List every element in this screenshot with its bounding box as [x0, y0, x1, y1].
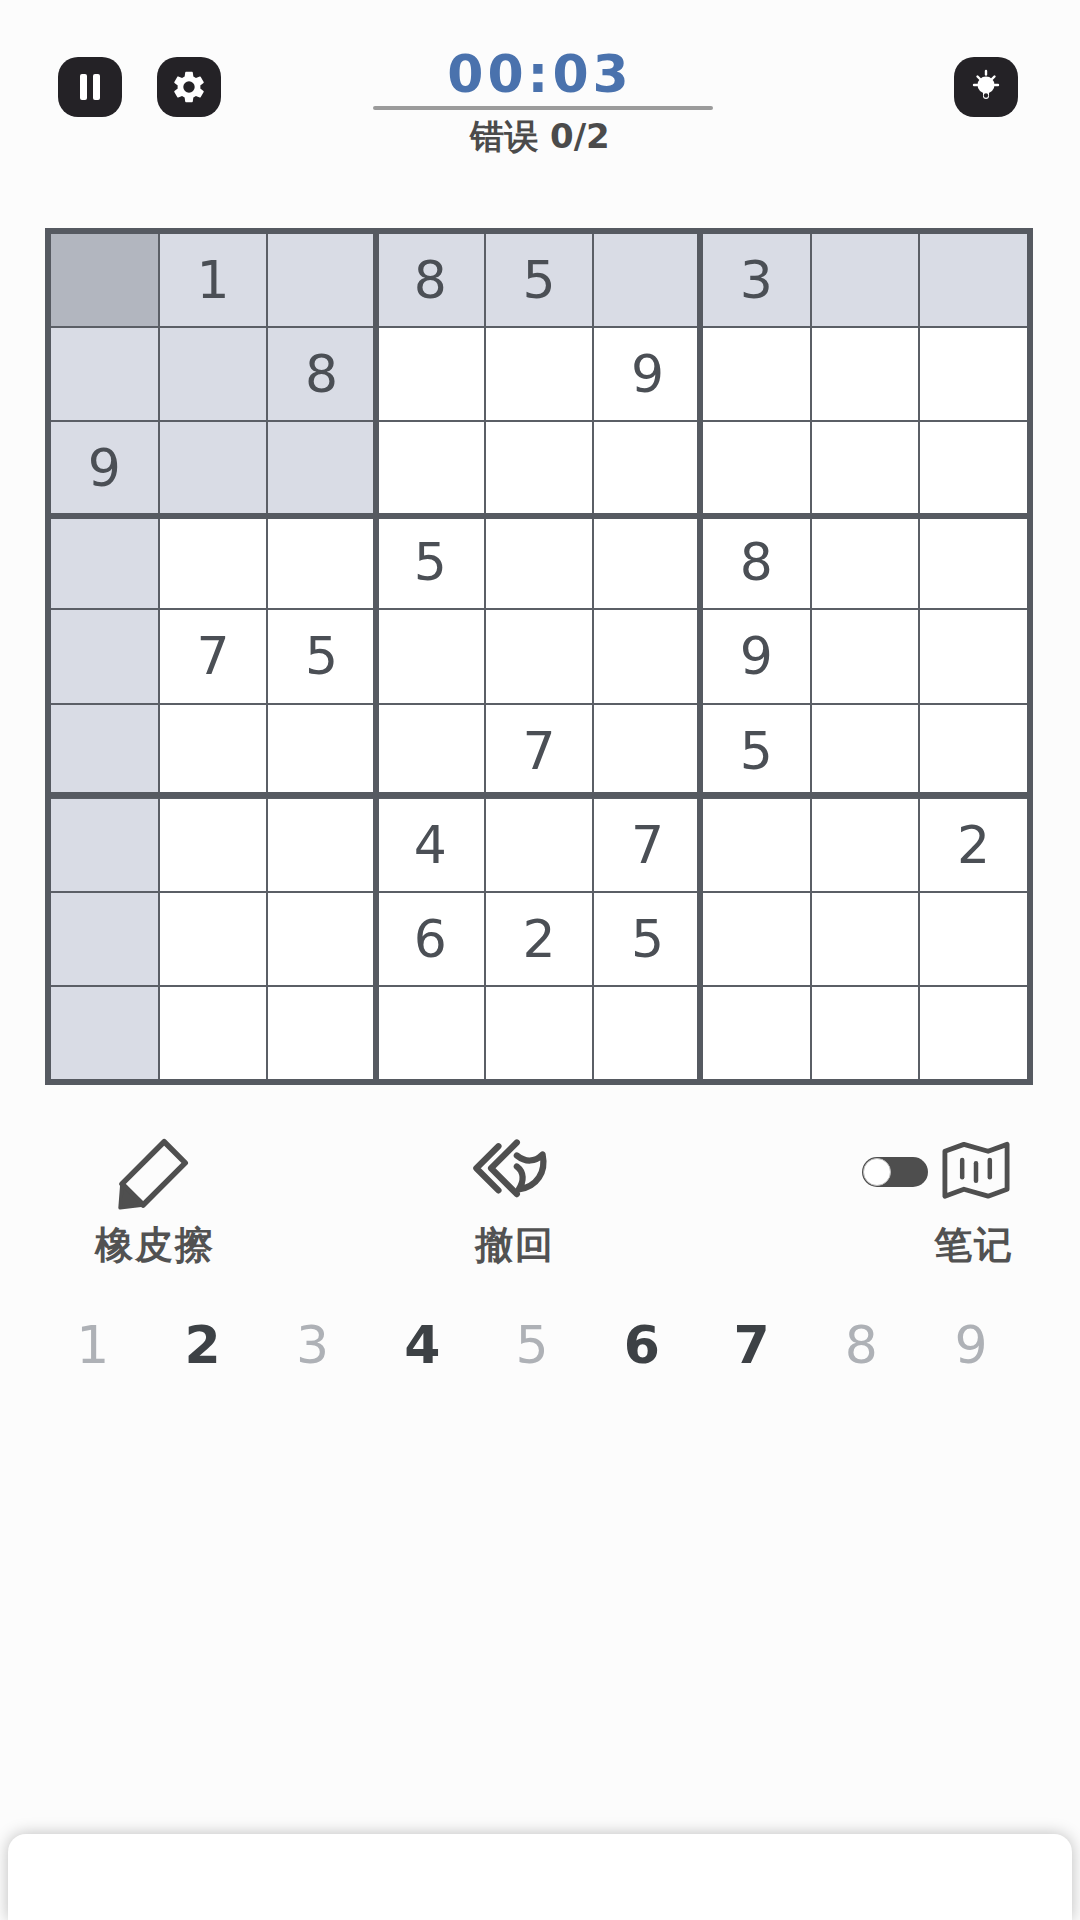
cell-r4c1[interactable] — [51, 516, 158, 608]
cell-r5c8[interactable] — [812, 610, 919, 702]
cell-r7c6[interactable]: 7 — [594, 799, 701, 891]
cell-r4c9[interactable] — [920, 516, 1027, 608]
cell-r9c4[interactable] — [377, 987, 484, 1079]
cell-r5c5[interactable] — [486, 610, 593, 702]
eraser-tool[interactable]: 橡皮擦 — [65, 1128, 245, 1271]
numpad-3[interactable]: 3 — [258, 1305, 368, 1385]
cell-r8c9[interactable] — [920, 893, 1027, 985]
cell-r5c6[interactable] — [594, 610, 701, 702]
cell-r2c9[interactable] — [920, 328, 1027, 420]
settings-button[interactable] — [157, 57, 221, 117]
cell-r2c4[interactable] — [377, 328, 484, 420]
hint-button[interactable] — [954, 57, 1018, 117]
numpad-6[interactable]: 6 — [587, 1305, 697, 1385]
cell-r7c2[interactable] — [160, 799, 267, 891]
cell-r2c2[interactable] — [160, 328, 267, 420]
pencil-eraser-icon — [111, 1128, 199, 1216]
cell-r2c5[interactable] — [486, 328, 593, 420]
notes-tool[interactable]: 笔记 — [848, 1128, 1028, 1271]
cell-r9c5[interactable] — [486, 987, 593, 1079]
bottom-sheet — [8, 1834, 1072, 1920]
cell-r3c4[interactable] — [377, 422, 484, 514]
cell-r9c6[interactable] — [594, 987, 701, 1079]
cell-r3c5[interactable] — [486, 422, 593, 514]
undo-arrow-icon — [469, 1130, 561, 1214]
cell-r3c6[interactable] — [594, 422, 701, 514]
timer: 00:03 — [290, 44, 790, 104]
cell-r7c8[interactable] — [812, 799, 919, 891]
box-divider-vertical-1 — [373, 228, 379, 1085]
numpad-7[interactable]: 7 — [697, 1305, 807, 1385]
cell-r1c7[interactable]: 3 — [703, 234, 810, 326]
cell-r1c6[interactable] — [594, 234, 701, 326]
lightbulb-icon — [966, 67, 1006, 107]
cell-r5c3[interactable]: 5 — [268, 610, 375, 702]
cell-r9c1[interactable] — [51, 987, 158, 1079]
cell-r9c2[interactable] — [160, 987, 267, 1079]
cell-r4c7[interactable]: 8 — [703, 516, 810, 608]
cell-r1c4[interactable]: 8 — [377, 234, 484, 326]
cell-r7c7[interactable] — [703, 799, 810, 891]
cell-r3c3[interactable] — [268, 422, 375, 514]
cell-r1c2[interactable]: 1 — [160, 234, 267, 326]
cell-r6c8[interactable] — [812, 705, 919, 797]
cell-r5c9[interactable] — [920, 610, 1027, 702]
box-divider-vertical-2 — [697, 228, 703, 1085]
cell-r9c9[interactable] — [920, 987, 1027, 1079]
numpad-8[interactable]: 8 — [806, 1305, 916, 1385]
cell-r6c9[interactable] — [920, 705, 1027, 797]
cell-r8c7[interactable] — [703, 893, 810, 985]
cell-r7c4[interactable]: 4 — [377, 799, 484, 891]
undo-label: 撤回 — [475, 1220, 555, 1271]
cell-r3c1[interactable]: 9 — [51, 422, 158, 514]
numpad-5[interactable]: 5 — [477, 1305, 587, 1385]
cell-r3c2[interactable] — [160, 422, 267, 514]
cell-r1c5[interactable]: 5 — [486, 234, 593, 326]
cell-r1c9[interactable] — [920, 234, 1027, 326]
undo-tool[interactable]: 撤回 — [425, 1128, 605, 1271]
cell-r4c2[interactable] — [160, 516, 267, 608]
notes-toggle-knob — [863, 1158, 891, 1186]
cell-r7c9[interactable]: 2 — [920, 799, 1027, 891]
cell-r1c3[interactable] — [268, 234, 375, 326]
cell-r5c2[interactable]: 7 — [160, 610, 267, 702]
gear-icon — [170, 68, 208, 106]
cell-r4c3[interactable] — [268, 516, 375, 608]
cell-r1c1[interactable] — [51, 234, 158, 326]
cell-r8c6[interactable]: 5 — [594, 893, 701, 985]
cell-r2c6[interactable]: 9 — [594, 328, 701, 420]
cell-r4c6[interactable] — [594, 516, 701, 608]
cell-r7c5[interactable] — [486, 799, 593, 891]
cell-r3c7[interactable] — [703, 422, 810, 514]
cell-r5c1[interactable] — [51, 610, 158, 702]
box-divider-horizontal-1 — [45, 513, 1033, 519]
cell-r4c8[interactable] — [812, 516, 919, 608]
cell-r7c1[interactable] — [51, 799, 158, 891]
numpad-4[interactable]: 4 — [367, 1305, 477, 1385]
cell-r4c4[interactable]: 5 — [377, 516, 484, 608]
numpad-2[interactable]: 2 — [148, 1305, 258, 1385]
cell-r3c8[interactable] — [812, 422, 919, 514]
pause-icon — [75, 72, 105, 102]
number-pad: 123456789 — [38, 1305, 1026, 1385]
cell-r2c3[interactable]: 8 — [268, 328, 375, 420]
mistakes-counter: 错误 0/2 — [290, 114, 790, 160]
box-divider-horizontal-2 — [45, 792, 1033, 798]
timer-divider — [373, 106, 713, 110]
cell-r9c3[interactable] — [268, 987, 375, 1079]
numpad-1[interactable]: 1 — [38, 1305, 148, 1385]
cell-r6c4[interactable] — [377, 705, 484, 797]
cell-r1c8[interactable] — [812, 234, 919, 326]
cell-r8c1[interactable] — [51, 893, 158, 985]
cell-r2c7[interactable] — [703, 328, 810, 420]
cell-r6c1[interactable] — [51, 705, 158, 797]
cell-r5c7[interactable]: 9 — [703, 610, 810, 702]
cell-r8c2[interactable] — [160, 893, 267, 985]
cell-r6c5[interactable]: 7 — [486, 705, 593, 797]
cell-r8c3[interactable] — [268, 893, 375, 985]
sudoku-board: 18538995875975472625 — [45, 228, 1033, 1085]
cell-r6c7[interactable]: 5 — [703, 705, 810, 797]
cell-r2c1[interactable] — [51, 328, 158, 420]
cell-r9c7[interactable] — [703, 987, 810, 1079]
cell-r6c6[interactable] — [594, 705, 701, 797]
cell-r7c3[interactable] — [268, 799, 375, 891]
cell-r6c2[interactable] — [160, 705, 267, 797]
cell-r3c9[interactable] — [920, 422, 1027, 514]
cell-r5c4[interactable] — [377, 610, 484, 702]
numpad-9[interactable]: 9 — [916, 1305, 1026, 1385]
cell-r2c8[interactable] — [812, 328, 919, 420]
notebook-icon — [938, 1140, 1014, 1204]
pause-button[interactable] — [58, 57, 122, 117]
cell-r8c5[interactable]: 2 — [486, 893, 593, 985]
cell-r8c4[interactable]: 6 — [377, 893, 484, 985]
notes-toggle[interactable] — [862, 1157, 928, 1187]
cell-r9c8[interactable] — [812, 987, 919, 1079]
notes-label: 笔记 — [934, 1220, 1014, 1271]
eraser-label: 橡皮擦 — [95, 1220, 215, 1271]
cell-r4c5[interactable] — [486, 516, 593, 608]
cell-r8c8[interactable] — [812, 893, 919, 985]
cell-r6c3[interactable] — [268, 705, 375, 797]
